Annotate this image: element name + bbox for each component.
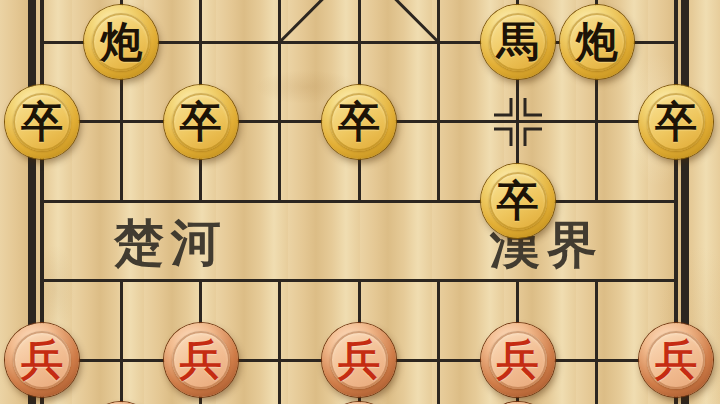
piece-red-soldier-g7[interactable]: 兵 [481, 323, 555, 397]
piece-glyph: 兵 [338, 339, 380, 381]
piece-black-soldier-g5[interactable]: 卒 [481, 164, 555, 238]
piece-glyph: 兵 [497, 339, 539, 381]
piece-glyph: 兵 [21, 339, 63, 381]
piece-black-soldier-c4[interactable]: 卒 [164, 85, 238, 159]
piece-black-soldier-e4[interactable]: 卒 [322, 85, 396, 159]
piece-face: 兵 [13, 331, 71, 389]
piece-face: 兵 [647, 331, 705, 389]
piece-face: 卒 [330, 93, 388, 151]
piece-face: 卒 [172, 93, 230, 151]
piece-glyph: 炮 [576, 21, 618, 63]
piece-glyph: 卒 [338, 101, 380, 143]
point-marker-g4[interactable] [492, 96, 544, 148]
piece-black-soldier-a4[interactable]: 卒 [5, 85, 79, 159]
piece-red-soldier-e7[interactable]: 兵 [322, 323, 396, 397]
piece-black-cannon-b3[interactable]: 炮 [84, 5, 158, 79]
piece-red-soldier-a7[interactable]: 兵 [5, 323, 79, 397]
piece-red-soldier-c7[interactable]: 兵 [164, 323, 238, 397]
piece-glyph: 兵 [180, 339, 222, 381]
piece-glyph: 卒 [21, 101, 63, 143]
piece-black-horse-g3[interactable]: 馬 [481, 5, 555, 79]
piece-glyph: 兵 [655, 339, 697, 381]
piece-glyph: 卒 [655, 101, 697, 143]
piece-face: 兵 [489, 331, 547, 389]
piece-glyph: 卒 [180, 101, 222, 143]
piece-red-soldier-i7[interactable]: 兵 [639, 323, 713, 397]
piece-face: 卒 [489, 172, 547, 230]
piece-black-cannon-h3[interactable]: 炮 [560, 5, 634, 79]
river-label-chu-he: 楚河 [114, 210, 228, 277]
piece-face: 馬 [489, 13, 547, 71]
piece-black-soldier-i4[interactable]: 卒 [639, 85, 713, 159]
piece-face: 卒 [13, 93, 71, 151]
piece-face: 兵 [330, 331, 388, 389]
piece-face: 炮 [92, 13, 150, 71]
piece-glyph: 卒 [497, 180, 539, 222]
piece-glyph: 馬 [497, 21, 539, 63]
piece-face: 炮 [568, 13, 626, 71]
piece-face: 卒 [647, 93, 705, 151]
piece-face: 兵 [172, 331, 230, 389]
piece-glyph: 炮 [100, 21, 142, 63]
xiangqi-board: 楚河 漢界 炮馬炮卒卒卒卒卒兵兵兵兵兵炮炮馬 [0, 0, 720, 404]
